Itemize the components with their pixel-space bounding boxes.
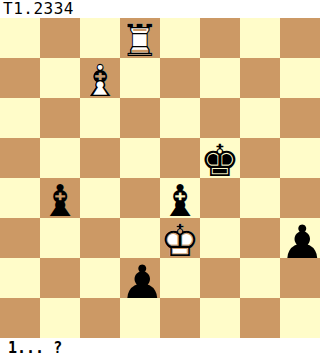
move-prompt: 1... ? [0, 338, 320, 360]
square-d5[interactable] [120, 138, 160, 178]
square-a4[interactable] [0, 178, 40, 218]
square-h2[interactable] [280, 258, 320, 298]
square-c1[interactable] [80, 298, 120, 338]
black-pawn-icon[interactable]: ♟ [280, 219, 320, 259]
square-g4[interactable] [240, 178, 280, 218]
square-d7[interactable] [120, 58, 160, 98]
square-d1[interactable] [120, 298, 160, 338]
square-h5[interactable] [280, 138, 320, 178]
chess-board: ♜♖♝♗♚♝♝♚♔♟♟ [0, 18, 320, 338]
square-e1[interactable] [160, 298, 200, 338]
square-b3[interactable] [40, 218, 80, 258]
piece-glyph: ♝ [40, 179, 79, 223]
square-d8[interactable]: ♜♖ [120, 18, 160, 58]
square-g5[interactable] [240, 138, 280, 178]
square-c6[interactable] [80, 98, 120, 138]
black-king-icon[interactable]: ♚ [200, 139, 240, 179]
square-c7[interactable]: ♝♗ [80, 58, 120, 98]
square-f3[interactable] [200, 218, 240, 258]
square-d6[interactable] [120, 98, 160, 138]
square-g6[interactable] [240, 98, 280, 138]
square-f4[interactable] [200, 178, 240, 218]
square-a5[interactable] [0, 138, 40, 178]
square-g1[interactable] [240, 298, 280, 338]
square-d4[interactable] [120, 178, 160, 218]
square-b8[interactable] [40, 18, 80, 58]
piece-outline-layer: ♖ [120, 19, 159, 63]
square-a2[interactable] [0, 258, 40, 298]
square-e4[interactable]: ♝ [160, 178, 200, 218]
black-pawn-icon[interactable]: ♟ [120, 259, 160, 299]
puzzle-title: T1.2334 [0, 0, 320, 18]
square-a6[interactable] [0, 98, 40, 138]
piece-outline-layer: ♔ [160, 219, 199, 263]
square-f6[interactable] [200, 98, 240, 138]
square-g2[interactable] [240, 258, 280, 298]
square-a8[interactable] [0, 18, 40, 58]
square-a1[interactable] [0, 298, 40, 338]
square-h6[interactable] [280, 98, 320, 138]
square-g7[interactable] [240, 58, 280, 98]
square-g3[interactable] [240, 218, 280, 258]
piece-outline-layer: ♗ [80, 59, 119, 103]
white-bishop-icon[interactable]: ♝♗ [80, 59, 120, 99]
square-e7[interactable] [160, 58, 200, 98]
black-bishop-icon[interactable]: ♝ [160, 179, 200, 219]
white-king-icon[interactable]: ♚♔ [160, 219, 200, 259]
piece-glyph: ♚ [200, 139, 239, 183]
square-h4[interactable] [280, 178, 320, 218]
white-rook-icon[interactable]: ♜♖ [120, 19, 160, 59]
square-a7[interactable] [0, 58, 40, 98]
square-f2[interactable] [200, 258, 240, 298]
square-f1[interactable] [200, 298, 240, 338]
square-b1[interactable] [40, 298, 80, 338]
square-e3[interactable]: ♚♔ [160, 218, 200, 258]
square-b6[interactable] [40, 98, 80, 138]
square-f5[interactable]: ♚ [200, 138, 240, 178]
square-b4[interactable]: ♝ [40, 178, 80, 218]
square-b7[interactable] [40, 58, 80, 98]
square-d2[interactable]: ♟ [120, 258, 160, 298]
square-c5[interactable] [80, 138, 120, 178]
square-e2[interactable] [160, 258, 200, 298]
square-h8[interactable] [280, 18, 320, 58]
square-b2[interactable] [40, 258, 80, 298]
square-c8[interactable] [80, 18, 120, 58]
square-c3[interactable] [80, 218, 120, 258]
square-h3[interactable]: ♟ [280, 218, 320, 258]
square-c4[interactable] [80, 178, 120, 218]
square-f8[interactable] [200, 18, 240, 58]
square-h1[interactable] [280, 298, 320, 338]
square-e6[interactable] [160, 98, 200, 138]
square-a3[interactable] [0, 218, 40, 258]
square-f7[interactable] [200, 58, 240, 98]
square-e5[interactable] [160, 138, 200, 178]
square-c2[interactable] [80, 258, 120, 298]
black-bishop-icon[interactable]: ♝ [40, 179, 80, 219]
square-b5[interactable] [40, 138, 80, 178]
square-d3[interactable] [120, 218, 160, 258]
square-h7[interactable] [280, 58, 320, 98]
square-e8[interactable] [160, 18, 200, 58]
square-g8[interactable] [240, 18, 280, 58]
